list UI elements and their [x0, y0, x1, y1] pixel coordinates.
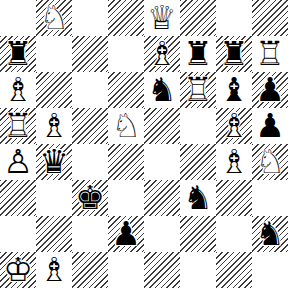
square-d6[interactable] — [108, 72, 144, 108]
square-e3[interactable] — [144, 180, 180, 216]
square-c2[interactable] — [72, 216, 108, 252]
square-a6[interactable]: ♝♗ — [0, 72, 36, 108]
square-b5[interactable]: ♝♗ — [36, 108, 72, 144]
piece-glyph: ♗ — [219, 144, 249, 180]
piece-glyph: ♔ — [3, 252, 33, 288]
piece-white-rook: ♜♖ — [252, 36, 288, 72]
square-h6[interactable]: ♟♟ — [252, 72, 288, 108]
piece-glyph: ♗ — [3, 72, 33, 108]
square-a8[interactable] — [0, 0, 36, 36]
square-e1[interactable] — [144, 252, 180, 288]
square-f4[interactable] — [180, 144, 216, 180]
piece-white-rook: ♜♖ — [180, 72, 216, 108]
piece-glyph: ♞ — [183, 180, 213, 216]
square-h2[interactable]: ♞♞ — [252, 216, 288, 252]
square-b7[interactable] — [36, 36, 72, 72]
square-c7[interactable] — [72, 36, 108, 72]
square-a2[interactable] — [0, 216, 36, 252]
piece-glyph: ♖ — [183, 72, 213, 108]
piece-black-pawn: ♟♟ — [108, 216, 144, 252]
square-f6[interactable]: ♜♖ — [180, 72, 216, 108]
square-f3[interactable]: ♞♞ — [180, 180, 216, 216]
piece-white-knight: ♞♘ — [36, 0, 72, 36]
piece-white-pawn: ♟♙ — [0, 144, 36, 180]
square-d4[interactable] — [108, 144, 144, 180]
piece-black-king: ♚♚ — [72, 180, 108, 216]
piece-black-queen: ♛♛ — [36, 144, 72, 180]
square-d5[interactable]: ♞♘ — [108, 108, 144, 144]
square-e2[interactable] — [144, 216, 180, 252]
piece-white-knight: ♞♘ — [252, 144, 288, 180]
piece-black-knight: ♞♞ — [180, 180, 216, 216]
piece-glyph: ♞ — [147, 72, 177, 108]
piece-glyph: ♜ — [219, 36, 249, 72]
square-f8[interactable] — [180, 0, 216, 36]
square-g3[interactable] — [216, 180, 252, 216]
square-c4[interactable] — [72, 144, 108, 180]
piece-glyph: ♜ — [3, 36, 33, 72]
square-e8[interactable]: ♛♕ — [144, 0, 180, 36]
square-c3[interactable]: ♚♚ — [72, 180, 108, 216]
piece-black-pawn: ♟♟ — [252, 108, 288, 144]
square-g6[interactable]: ♝♝ — [216, 72, 252, 108]
square-g5[interactable]: ♝♗ — [216, 108, 252, 144]
square-g2[interactable] — [216, 216, 252, 252]
square-a3[interactable] — [0, 180, 36, 216]
square-f7[interactable]: ♜♜ — [180, 36, 216, 72]
piece-black-rook: ♜♜ — [0, 36, 36, 72]
piece-glyph: ♛ — [39, 144, 69, 180]
square-g7[interactable]: ♜♜ — [216, 36, 252, 72]
square-g1[interactable] — [216, 252, 252, 288]
piece-glyph: ♘ — [39, 0, 69, 36]
square-c8[interactable] — [72, 0, 108, 36]
square-h8[interactable] — [252, 0, 288, 36]
piece-white-queen: ♛♕ — [144, 0, 180, 36]
piece-glyph: ♝ — [219, 72, 249, 108]
square-d2[interactable]: ♟♟ — [108, 216, 144, 252]
square-c6[interactable] — [72, 72, 108, 108]
piece-glyph: ♟ — [111, 216, 141, 252]
piece-glyph: ♙ — [3, 144, 33, 180]
piece-white-king: ♚♔ — [0, 252, 36, 288]
square-b1[interactable]: ♝♗ — [36, 252, 72, 288]
square-c5[interactable] — [72, 108, 108, 144]
square-a4[interactable]: ♟♙ — [0, 144, 36, 180]
piece-white-knight: ♞♘ — [108, 108, 144, 144]
piece-white-bishop: ♝♗ — [0, 72, 36, 108]
square-h3[interactable] — [252, 180, 288, 216]
piece-glyph: ♞ — [255, 216, 285, 252]
piece-black-rook: ♜♜ — [180, 36, 216, 72]
square-d7[interactable] — [108, 36, 144, 72]
square-b2[interactable] — [36, 216, 72, 252]
chess-board: ♞♘♛♕♜♜♝♗♜♜♜♜♜♖♝♗♞♞♜♖♝♝♟♟♜♖♝♗♞♘♝♗♟♟♟♙♛♛♝♗… — [0, 0, 288, 288]
square-f2[interactable] — [180, 216, 216, 252]
piece-glyph: ♘ — [111, 108, 141, 144]
square-h5[interactable]: ♟♟ — [252, 108, 288, 144]
piece-glyph: ♕ — [147, 0, 177, 36]
piece-glyph: ♘ — [255, 144, 285, 180]
square-b8[interactable]: ♞♘ — [36, 0, 72, 36]
square-f1[interactable] — [180, 252, 216, 288]
chess-diagram: ♞♘♛♕♜♜♝♗♜♜♜♜♜♖♝♗♞♞♜♖♝♝♟♟♜♖♝♗♞♘♝♗♟♟♟♙♛♛♝♗… — [0, 0, 288, 288]
piece-black-knight: ♞♞ — [144, 72, 180, 108]
piece-white-bishop: ♝♗ — [36, 108, 72, 144]
piece-black-bishop: ♝♝ — [216, 72, 252, 108]
square-g8[interactable] — [216, 0, 252, 36]
piece-glyph: ♖ — [255, 36, 285, 72]
piece-white-bishop: ♝♗ — [36, 252, 72, 288]
square-d8[interactable] — [108, 0, 144, 36]
square-c1[interactable] — [72, 252, 108, 288]
square-g4[interactable]: ♝♗ — [216, 144, 252, 180]
piece-glyph: ♗ — [219, 108, 249, 144]
piece-glyph: ♗ — [39, 252, 69, 288]
square-h7[interactable]: ♜♖ — [252, 36, 288, 72]
piece-black-knight: ♞♞ — [252, 216, 288, 252]
piece-glyph: ♟ — [255, 72, 285, 108]
square-b4[interactable]: ♛♛ — [36, 144, 72, 180]
square-e5[interactable] — [144, 108, 180, 144]
square-d3[interactable] — [108, 180, 144, 216]
square-a1[interactable]: ♚♔ — [0, 252, 36, 288]
piece-white-bishop: ♝♗ — [216, 144, 252, 180]
square-a5[interactable]: ♜♖ — [0, 108, 36, 144]
piece-white-bishop: ♝♗ — [216, 108, 252, 144]
square-h4[interactable]: ♞♘ — [252, 144, 288, 180]
piece-black-pawn: ♟♟ — [252, 72, 288, 108]
square-d1[interactable] — [108, 252, 144, 288]
piece-glyph: ♗ — [147, 36, 177, 72]
square-b6[interactable] — [36, 72, 72, 108]
square-b3[interactable] — [36, 180, 72, 216]
piece-white-bishop: ♝♗ — [144, 36, 180, 72]
piece-white-rook: ♜♖ — [0, 108, 36, 144]
piece-glyph: ♗ — [39, 108, 69, 144]
piece-glyph: ♜ — [183, 36, 213, 72]
square-e4[interactable] — [144, 144, 180, 180]
square-f5[interactable] — [180, 108, 216, 144]
piece-black-rook: ♜♜ — [216, 36, 252, 72]
square-e6[interactable]: ♞♞ — [144, 72, 180, 108]
square-e7[interactable]: ♝♗ — [144, 36, 180, 72]
square-a7[interactable]: ♜♜ — [0, 36, 36, 72]
piece-glyph: ♟ — [255, 108, 285, 144]
square-h1[interactable] — [252, 252, 288, 288]
piece-glyph: ♚ — [75, 180, 105, 216]
piece-glyph: ♖ — [3, 108, 33, 144]
